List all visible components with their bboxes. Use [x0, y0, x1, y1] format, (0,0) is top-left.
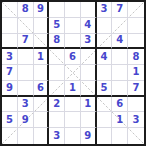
cell-r3c6-given[interactable]: 3	[81, 34, 97, 50]
cell-r7c2-given[interactable]: 3	[18, 97, 34, 113]
cell-r1c8-given[interactable]: 7	[112, 2, 128, 18]
cell-r4c8-empty[interactable]	[112, 49, 128, 65]
cell-r1c3-given[interactable]: 9	[34, 2, 50, 18]
cell-r4c4-empty[interactable]	[49, 49, 65, 65]
cell-r4c7-given[interactable]: 4	[97, 49, 113, 65]
cell-r7c6-given[interactable]: 1	[81, 97, 97, 113]
cell-r1c4-empty[interactable]	[49, 2, 65, 18]
cell-r6c9-given[interactable]: 7	[128, 81, 144, 97]
cell-r4c2-empty[interactable]	[18, 49, 34, 65]
cell-r9c2-empty[interactable]	[18, 128, 34, 144]
cell-r9c1-empty[interactable]	[2, 128, 18, 144]
cell-r6c6-empty[interactable]	[81, 81, 97, 97]
cell-r8c7-empty[interactable]	[97, 112, 113, 128]
cell-r5c2-empty[interactable]	[18, 65, 34, 81]
cell-r9c8-empty[interactable]	[112, 128, 128, 144]
cell-r9c9-empty[interactable]	[128, 128, 144, 144]
cell-r3c9-empty[interactable]	[128, 34, 144, 50]
cell-r4c5-given[interactable]: 6	[65, 49, 81, 65]
cell-r8c5-empty[interactable]	[65, 112, 81, 128]
cell-r5c9-given[interactable]: 1	[128, 65, 144, 81]
cell-r4c6-empty[interactable]	[81, 49, 97, 65]
cell-r2c4-given[interactable]: 5	[49, 18, 65, 34]
cell-r8c6-empty[interactable]	[81, 112, 97, 128]
cell-r4c1-given[interactable]: 3	[2, 49, 18, 65]
cell-r9c6-given[interactable]: 9	[81, 128, 97, 144]
cell-r5c4-empty[interactable]	[49, 65, 65, 81]
cell-r6c5-given[interactable]: 1	[65, 81, 81, 97]
cell-r2c9-empty[interactable]	[128, 18, 144, 34]
cell-r1c9-empty[interactable]	[128, 2, 144, 18]
cell-r3c4-given[interactable]: 8	[49, 34, 65, 50]
cell-r5c7-empty[interactable]	[97, 65, 113, 81]
cell-r5c8-empty[interactable]	[112, 65, 128, 81]
cell-r5c1-given[interactable]: 7	[2, 65, 18, 81]
cell-r9c4-given[interactable]: 3	[49, 128, 65, 144]
cell-r2c6-given[interactable]: 4	[81, 18, 97, 34]
cell-r4c9-given[interactable]: 8	[128, 49, 144, 65]
cell-r5c3-empty[interactable]	[34, 65, 50, 81]
cell-r7c7-empty[interactable]	[97, 97, 113, 113]
cell-r9c7-empty[interactable]	[97, 128, 113, 144]
cell-r3c1-empty[interactable]	[2, 34, 18, 50]
cell-r7c1-empty[interactable]	[2, 97, 18, 113]
cell-r6c2-empty[interactable]	[18, 81, 34, 97]
cell-r1c6-empty[interactable]	[81, 2, 97, 18]
cell-r3c7-empty[interactable]	[97, 34, 113, 50]
cell-r9c5-empty[interactable]	[65, 128, 81, 144]
cell-r8c9-given[interactable]: 3	[128, 112, 144, 128]
cell-r7c4-given[interactable]: 2	[49, 97, 65, 113]
cell-r8c1-given[interactable]: 5	[2, 112, 18, 128]
cell-r3c8-given[interactable]: 4	[112, 34, 128, 50]
cell-r6c1-given[interactable]: 9	[2, 81, 18, 97]
cell-r1c5-empty[interactable]	[65, 2, 81, 18]
cell-r3c3-empty[interactable]	[34, 34, 50, 50]
cell-r7c8-given[interactable]: 6	[112, 97, 128, 113]
cell-r7c3-empty[interactable]	[34, 97, 50, 113]
sudoku-grid: 89375478343164871961573216591339	[2, 2, 144, 144]
cell-r1c2-given[interactable]: 8	[18, 2, 34, 18]
cell-r6c7-given[interactable]: 5	[97, 81, 113, 97]
cell-r2c5-empty[interactable]	[65, 18, 81, 34]
cell-r2c2-empty[interactable]	[18, 18, 34, 34]
cell-r6c3-given[interactable]: 6	[34, 81, 50, 97]
cell-r3c2-given[interactable]: 7	[18, 34, 34, 50]
cell-r4c3-given[interactable]: 1	[34, 49, 50, 65]
cell-r6c8-empty[interactable]	[112, 81, 128, 97]
cell-r6c4-empty[interactable]	[49, 81, 65, 97]
sudoku-board: 89375478343164871961573216591339	[0, 0, 146, 146]
cell-r1c1-empty[interactable]	[2, 2, 18, 18]
cell-r9c3-empty[interactable]	[34, 128, 50, 144]
cell-r8c4-empty[interactable]	[49, 112, 65, 128]
sudoku-app: 89375478343164871961573216591339	[0, 0, 150, 150]
cell-r2c7-empty[interactable]	[97, 18, 113, 34]
cell-r8c8-given[interactable]: 1	[112, 112, 128, 128]
cell-r7c9-empty[interactable]	[128, 97, 144, 113]
cell-r5c6-empty[interactable]	[81, 65, 97, 81]
cell-r2c3-empty[interactable]	[34, 18, 50, 34]
cell-r2c8-empty[interactable]	[112, 18, 128, 34]
cell-r8c2-given[interactable]: 9	[18, 112, 34, 128]
cell-r1c7-given[interactable]: 3	[97, 2, 113, 18]
cell-r5c5-empty[interactable]	[65, 65, 81, 81]
cell-r2c1-empty[interactable]	[2, 18, 18, 34]
cell-r3c5-empty[interactable]	[65, 34, 81, 50]
cell-r8c3-empty[interactable]	[34, 112, 50, 128]
cell-r7c5-empty[interactable]	[65, 97, 81, 113]
